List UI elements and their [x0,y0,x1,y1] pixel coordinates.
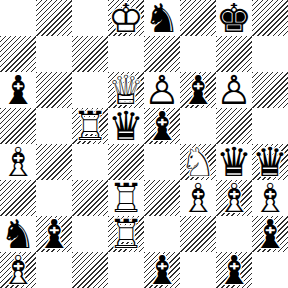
square-a3[interactable] [0,180,36,216]
square-d2[interactable]: ♜♖ [108,216,144,252]
square-b3[interactable] [36,180,72,216]
square-f3[interactable]: ♝♗ [180,180,216,216]
piece-glyph: ♝ [144,108,180,144]
square-g1[interactable]: ♝ [216,252,252,288]
square-c8[interactable] [72,0,108,36]
piece-glyph: ♘ [180,144,216,180]
piece-black-bishop: ♝ [216,252,252,288]
piece-glyph: ♗ [180,180,216,216]
piece-glyph: ♝ [180,72,216,108]
piece-glyph: ♚ [216,0,252,36]
square-f6[interactable]: ♝ [180,72,216,108]
piece-glyph: ♞ [144,0,180,36]
square-f8[interactable] [180,0,216,36]
square-f7[interactable] [180,36,216,72]
square-h3[interactable]: ♝♗ [252,180,288,216]
piece-white-rook: ♜♖ [108,216,144,252]
square-d7[interactable] [108,36,144,72]
square-g3[interactable]: ♝♗ [216,180,252,216]
piece-glyph: ♗ [0,252,36,288]
piece-glyph: ♝ [252,216,288,252]
piece-white-king: ♚♔ [108,0,144,36]
piece-glyph: ♙ [144,72,180,108]
square-a7[interactable] [0,36,36,72]
square-e6[interactable]: ♟♙ [144,72,180,108]
square-a4[interactable]: ♝♗ [0,144,36,180]
square-a1[interactable]: ♝♗ [0,252,36,288]
square-b1[interactable] [36,252,72,288]
piece-white-knight: ♞♘ [180,144,216,180]
square-b6[interactable] [36,72,72,108]
piece-white-bishop: ♝♗ [180,180,216,216]
square-e3[interactable] [144,180,180,216]
square-f5[interactable] [180,108,216,144]
piece-glyph: ♝ [144,252,180,288]
piece-glyph: ♕ [108,72,144,108]
piece-glyph: ♙ [216,72,252,108]
piece-black-knight: ♞ [144,0,180,36]
square-a2[interactable]: ♞ [0,216,36,252]
square-h7[interactable] [252,36,288,72]
square-c7[interactable] [72,36,108,72]
piece-glyph: ♝ [0,72,36,108]
piece-white-bishop: ♝♗ [0,144,36,180]
square-g8[interactable]: ♚ [216,0,252,36]
piece-white-pawn: ♟♙ [144,72,180,108]
square-d5[interactable]: ♛ [108,108,144,144]
square-g7[interactable] [216,36,252,72]
piece-black-bishop: ♝ [180,72,216,108]
square-g2[interactable] [216,216,252,252]
square-e2[interactable] [144,216,180,252]
piece-glyph: ♗ [0,144,36,180]
square-b5[interactable] [36,108,72,144]
square-h4[interactable]: ♛ [252,144,288,180]
square-f1[interactable] [180,252,216,288]
square-g6[interactable]: ♟♙ [216,72,252,108]
piece-black-knight: ♞ [0,216,36,252]
square-e1[interactable]: ♝ [144,252,180,288]
piece-glyph: ♖ [108,216,144,252]
square-c5[interactable]: ♜♖ [72,108,108,144]
piece-black-queen: ♛ [216,144,252,180]
square-a5[interactable] [0,108,36,144]
square-f4[interactable]: ♞♘ [180,144,216,180]
piece-black-bishop: ♝ [144,108,180,144]
square-e4[interactable] [144,144,180,180]
piece-white-bishop: ♝♗ [252,180,288,216]
square-b2[interactable]: ♝ [36,216,72,252]
square-h6[interactable] [252,72,288,108]
piece-black-bishop: ♝ [252,216,288,252]
piece-glyph: ♛ [252,144,288,180]
square-d3[interactable]: ♜♖ [108,180,144,216]
square-c1[interactable] [72,252,108,288]
square-f2[interactable] [180,216,216,252]
square-d1[interactable] [108,252,144,288]
piece-black-bishop: ♝ [144,252,180,288]
square-h2[interactable]: ♝ [252,216,288,252]
chess-board: ♚♔♞♚♝♛♕♟♙♝♟♙♜♖♛♝♝♗♞♘♛♛♜♖♝♗♝♗♝♗♞♝♜♖♝♝♗♝♝ [0,0,288,288]
square-c3[interactable] [72,180,108,216]
square-e7[interactable] [144,36,180,72]
piece-white-queen: ♛♕ [108,72,144,108]
square-d6[interactable]: ♛♕ [108,72,144,108]
piece-glyph: ♝ [216,252,252,288]
square-b7[interactable] [36,36,72,72]
piece-white-rook: ♜♖ [72,108,108,144]
square-e5[interactable]: ♝ [144,108,180,144]
piece-white-bishop: ♝♗ [216,180,252,216]
square-h8[interactable] [252,0,288,36]
piece-black-bishop: ♝ [0,72,36,108]
square-e8[interactable]: ♞ [144,0,180,36]
piece-glyph: ♗ [216,180,252,216]
square-h5[interactable] [252,108,288,144]
square-b8[interactable] [36,0,72,36]
piece-glyph: ♗ [252,180,288,216]
piece-black-queen: ♛ [252,144,288,180]
piece-white-bishop: ♝♗ [0,252,36,288]
piece-white-rook: ♜♖ [108,180,144,216]
square-h1[interactable] [252,252,288,288]
square-a6[interactable]: ♝ [0,72,36,108]
square-d4[interactable] [108,144,144,180]
piece-black-king: ♚ [216,0,252,36]
square-b4[interactable] [36,144,72,180]
piece-glyph: ♝ [36,216,72,252]
piece-black-queen: ♛ [108,108,144,144]
piece-glyph: ♛ [216,144,252,180]
square-a8[interactable] [0,0,36,36]
square-d8[interactable]: ♚♔ [108,0,144,36]
piece-black-bishop: ♝ [36,216,72,252]
square-g5[interactable] [216,108,252,144]
piece-glyph: ♖ [108,180,144,216]
piece-glyph: ♛ [108,108,144,144]
piece-white-pawn: ♟♙ [216,72,252,108]
square-c6[interactable] [72,72,108,108]
piece-glyph: ♔ [108,0,144,36]
piece-glyph: ♞ [0,216,36,252]
square-c4[interactable] [72,144,108,180]
square-c2[interactable] [72,216,108,252]
piece-glyph: ♖ [72,108,108,144]
square-g4[interactable]: ♛ [216,144,252,180]
